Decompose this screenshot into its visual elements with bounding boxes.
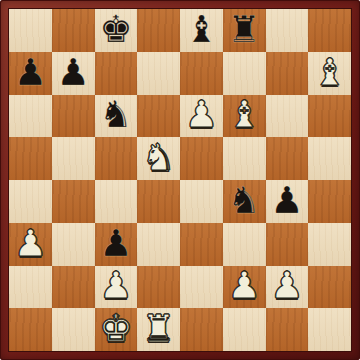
square-b8[interactable] <box>52 9 95 52</box>
square-h2[interactable] <box>308 266 351 309</box>
square-d6[interactable] <box>137 95 180 138</box>
square-a3[interactable]: ♟ <box>9 223 52 266</box>
square-g8[interactable] <box>266 9 309 52</box>
square-f1[interactable] <box>223 308 266 351</box>
square-a6[interactable] <box>9 95 52 138</box>
square-f5[interactable] <box>223 137 266 180</box>
square-c5[interactable] <box>95 137 138 180</box>
square-b3[interactable] <box>52 223 95 266</box>
black-knight[interactable]: ♞ <box>228 182 261 219</box>
square-e8[interactable]: ♝ <box>180 9 223 52</box>
square-b5[interactable] <box>52 137 95 180</box>
white-pawn[interactable]: ♟ <box>270 267 303 304</box>
white-knight[interactable]: ♞ <box>142 139 175 176</box>
square-c7[interactable] <box>95 52 138 95</box>
square-h7[interactable]: ♝ <box>308 52 351 95</box>
square-e1[interactable] <box>180 308 223 351</box>
square-h6[interactable] <box>308 95 351 138</box>
square-h5[interactable] <box>308 137 351 180</box>
square-e3[interactable] <box>180 223 223 266</box>
square-a1[interactable] <box>9 308 52 351</box>
square-a2[interactable] <box>9 266 52 309</box>
square-e4[interactable] <box>180 180 223 223</box>
chess-board: ♚♝♜♟♟♝♞♟♝♞♞♟♟♟♟♟♟♚♜ <box>9 9 351 351</box>
square-f6[interactable]: ♝ <box>223 95 266 138</box>
square-d4[interactable] <box>137 180 180 223</box>
square-e7[interactable] <box>180 52 223 95</box>
white-king[interactable]: ♚ <box>99 310 132 347</box>
square-e5[interactable] <box>180 137 223 180</box>
black-rook[interactable]: ♜ <box>228 11 261 48</box>
square-d2[interactable] <box>137 266 180 309</box>
square-f3[interactable] <box>223 223 266 266</box>
square-d7[interactable] <box>137 52 180 95</box>
square-a4[interactable] <box>9 180 52 223</box>
black-bishop[interactable]: ♝ <box>185 11 218 48</box>
square-f4[interactable]: ♞ <box>223 180 266 223</box>
square-g7[interactable] <box>266 52 309 95</box>
white-bishop[interactable]: ♝ <box>313 54 346 91</box>
square-h3[interactable] <box>308 223 351 266</box>
black-pawn[interactable]: ♟ <box>99 225 132 262</box>
black-king[interactable]: ♚ <box>99 11 132 48</box>
square-d1[interactable]: ♜ <box>137 308 180 351</box>
square-g1[interactable] <box>266 308 309 351</box>
square-c8[interactable]: ♚ <box>95 9 138 52</box>
white-pawn[interactable]: ♟ <box>185 96 218 133</box>
square-b4[interactable] <box>52 180 95 223</box>
square-c1[interactable]: ♚ <box>95 308 138 351</box>
square-d8[interactable] <box>137 9 180 52</box>
black-knight[interactable]: ♞ <box>99 96 132 133</box>
square-b1[interactable] <box>52 308 95 351</box>
square-a7[interactable]: ♟ <box>9 52 52 95</box>
square-d5[interactable]: ♞ <box>137 137 180 180</box>
square-g6[interactable] <box>266 95 309 138</box>
square-g3[interactable] <box>266 223 309 266</box>
square-g5[interactable] <box>266 137 309 180</box>
square-c6[interactable]: ♞ <box>95 95 138 138</box>
white-pawn[interactable]: ♟ <box>99 267 132 304</box>
square-b6[interactable] <box>52 95 95 138</box>
square-h8[interactable] <box>308 9 351 52</box>
white-pawn[interactable]: ♟ <box>14 225 47 262</box>
square-g2[interactable]: ♟ <box>266 266 309 309</box>
square-h4[interactable] <box>308 180 351 223</box>
square-c3[interactable]: ♟ <box>95 223 138 266</box>
square-b7[interactable]: ♟ <box>52 52 95 95</box>
square-f2[interactable]: ♟ <box>223 266 266 309</box>
square-a8[interactable] <box>9 9 52 52</box>
black-pawn[interactable]: ♟ <box>270 182 303 219</box>
square-a5[interactable] <box>9 137 52 180</box>
square-h1[interactable] <box>308 308 351 351</box>
square-b2[interactable] <box>52 266 95 309</box>
square-c4[interactable] <box>95 180 138 223</box>
square-f7[interactable] <box>223 52 266 95</box>
square-g4[interactable]: ♟ <box>266 180 309 223</box>
white-bishop[interactable]: ♝ <box>228 96 261 133</box>
square-f8[interactable]: ♜ <box>223 9 266 52</box>
square-c2[interactable]: ♟ <box>95 266 138 309</box>
black-pawn[interactable]: ♟ <box>57 54 90 91</box>
square-e6[interactable]: ♟ <box>180 95 223 138</box>
white-pawn[interactable]: ♟ <box>228 267 261 304</box>
square-e2[interactable] <box>180 266 223 309</box>
square-d3[interactable] <box>137 223 180 266</box>
board-frame: ♚♝♜♟♟♝♞♟♝♞♞♟♟♟♟♟♟♚♜ <box>0 0 360 360</box>
chess-position-screenshot: ♚♝♜♟♟♝♞♟♝♞♞♟♟♟♟♟♟♚♜ <box>0 0 360 360</box>
white-rook[interactable]: ♜ <box>142 310 175 347</box>
black-pawn[interactable]: ♟ <box>14 54 47 91</box>
